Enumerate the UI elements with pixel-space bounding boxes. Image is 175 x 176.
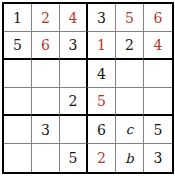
cell-r6c6[interactable]: 3 — [144, 144, 172, 172]
cell-r4c5[interactable] — [116, 88, 144, 116]
cell-r5c6[interactable]: 5 — [144, 116, 172, 144]
cell-r2c1[interactable]: 5 — [4, 32, 32, 60]
cell-r1c3[interactable]: 4 — [60, 4, 88, 32]
cell-r4c4[interactable]: 5 — [88, 88, 116, 116]
cell-r5c4[interactable]: 6 — [88, 116, 116, 144]
cell-r1c4[interactable]: 3 — [88, 4, 116, 32]
cell-r1c6[interactable]: 6 — [144, 4, 172, 32]
cell-r5c5[interactable]: c — [116, 116, 144, 144]
sudoku-board: 12435656312442536c552b3 — [2, 2, 174, 174]
cell-r2c5[interactable]: 2 — [116, 32, 144, 60]
cell-r3c6[interactable] — [144, 60, 172, 88]
cell-r2c2[interactable]: 6 — [32, 32, 60, 60]
cell-r1c1[interactable]: 1 — [4, 4, 32, 32]
cell-r3c3[interactable] — [60, 60, 88, 88]
cell-r3c5[interactable] — [116, 60, 144, 88]
cell-r2c6[interactable]: 4 — [144, 32, 172, 60]
cell-r3c1[interactable] — [4, 60, 32, 88]
cell-r6c5[interactable]: b — [116, 144, 144, 172]
cell-r4c6[interactable] — [144, 88, 172, 116]
cell-r6c1[interactable] — [4, 144, 32, 172]
cell-r1c2[interactable]: 2 — [32, 4, 60, 32]
cell-r5c3[interactable] — [60, 116, 88, 144]
cell-r3c2[interactable] — [32, 60, 60, 88]
cell-r2c3[interactable]: 3 — [60, 32, 88, 60]
cell-r6c4[interactable]: 2 — [88, 144, 116, 172]
cell-r5c2[interactable]: 3 — [32, 116, 60, 144]
cell-r6c2[interactable] — [32, 144, 60, 172]
cell-r6c3[interactable]: 5 — [60, 144, 88, 172]
cell-r4c1[interactable] — [4, 88, 32, 116]
cell-r4c3[interactable]: 2 — [60, 88, 88, 116]
cell-r2c4[interactable]: 1 — [88, 32, 116, 60]
cell-r1c5[interactable]: 5 — [116, 4, 144, 32]
cell-r5c1[interactable] — [4, 116, 32, 144]
cell-r4c2[interactable] — [32, 88, 60, 116]
cell-r3c4[interactable]: 4 — [88, 60, 116, 88]
